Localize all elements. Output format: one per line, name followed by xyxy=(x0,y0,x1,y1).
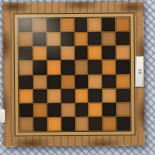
board-square xyxy=(89,117,103,131)
board-square xyxy=(116,74,130,88)
board-square xyxy=(19,18,33,32)
board-square xyxy=(33,46,47,60)
board-square xyxy=(46,32,60,46)
board-grid xyxy=(18,17,132,133)
board-square xyxy=(88,46,102,60)
board-square xyxy=(75,117,89,131)
board-square xyxy=(47,46,61,60)
photo-background: 88 xyxy=(0,0,155,155)
board-square xyxy=(88,18,102,32)
board-square xyxy=(74,32,88,46)
board-square xyxy=(89,88,103,102)
board-square xyxy=(19,103,33,117)
price-sticker-text: 88 xyxy=(137,69,141,74)
board-square xyxy=(61,103,75,117)
board-square xyxy=(74,46,88,60)
board-square xyxy=(102,18,116,32)
board-frame-inner-lip xyxy=(13,12,135,136)
board-square xyxy=(102,102,116,116)
board-square xyxy=(61,117,75,131)
board-square xyxy=(32,18,46,32)
board-square xyxy=(33,117,47,131)
board-square xyxy=(116,18,130,32)
board-square xyxy=(89,102,103,116)
board-square xyxy=(116,88,130,102)
board-square xyxy=(116,102,130,116)
chessboard xyxy=(2,1,144,146)
board-square xyxy=(102,60,116,74)
board-square xyxy=(33,75,47,89)
board-square xyxy=(116,46,130,60)
board-square xyxy=(102,46,116,60)
board-square xyxy=(60,46,74,60)
board-square xyxy=(60,18,74,32)
board-square xyxy=(116,32,130,46)
board-square xyxy=(88,32,102,46)
board-square xyxy=(102,88,116,102)
board-square xyxy=(75,88,89,102)
board-square xyxy=(88,60,102,74)
board-square xyxy=(61,60,75,74)
board-square xyxy=(19,47,33,61)
board-square xyxy=(19,32,33,46)
board-square xyxy=(47,60,61,74)
board-square xyxy=(61,74,75,88)
edge-tag xyxy=(0,109,5,123)
board-square xyxy=(33,32,47,46)
board-square xyxy=(61,89,75,103)
board-square xyxy=(47,89,61,103)
board-square xyxy=(19,61,33,75)
price-sticker: 88 xyxy=(135,56,145,87)
board-square xyxy=(19,117,33,131)
board-square xyxy=(74,18,88,32)
board-square xyxy=(19,75,33,89)
board-square xyxy=(102,32,116,46)
board-square xyxy=(33,89,47,103)
board-square xyxy=(19,89,33,103)
board-square xyxy=(33,61,47,75)
board-square xyxy=(74,60,88,74)
board-square xyxy=(47,117,61,131)
board-square xyxy=(116,60,130,74)
board-square xyxy=(102,74,116,88)
board-square xyxy=(47,75,61,89)
board-square xyxy=(33,103,47,117)
board-square xyxy=(75,74,89,88)
board-square xyxy=(103,117,117,131)
board-square xyxy=(116,116,130,130)
board-square xyxy=(47,103,61,117)
board-square xyxy=(88,74,102,88)
board-square xyxy=(46,18,60,32)
board-square xyxy=(75,103,89,117)
board-square xyxy=(60,32,74,46)
